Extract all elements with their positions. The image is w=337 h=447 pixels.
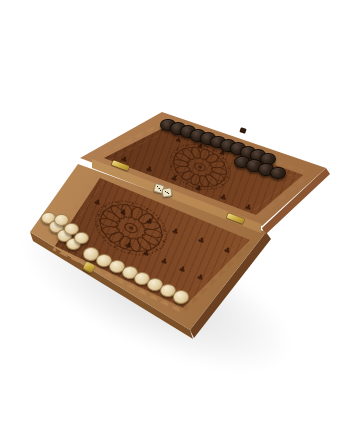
latch-catch-icon (239, 127, 246, 134)
checker-white (74, 232, 89, 244)
checker-white (173, 290, 189, 303)
backgammon-set-photo: ♣♣♣♣♣♣♣♣♣♣♣♣♣♣♣♣♣♣♣♣♣ (0, 0, 337, 447)
checker-black (270, 167, 286, 180)
die (161, 187, 172, 197)
